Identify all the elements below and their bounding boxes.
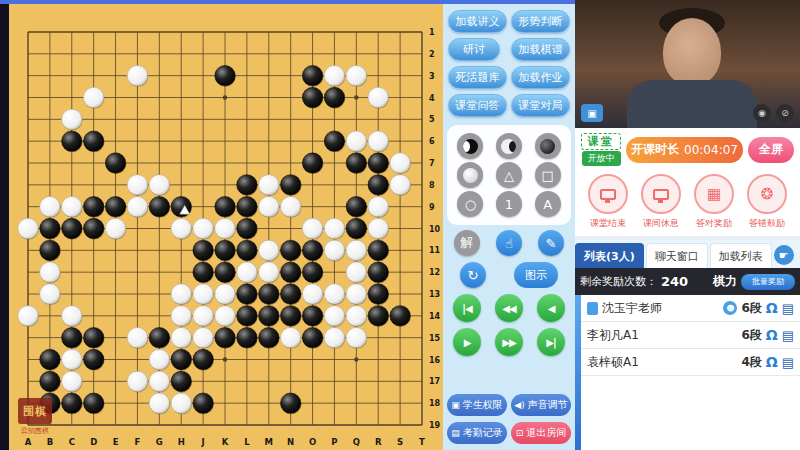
svg-text:G: G bbox=[156, 437, 163, 447]
svg-text:18: 18 bbox=[429, 399, 441, 408]
svg-text:D: D bbox=[90, 437, 97, 447]
svg-text:K: K bbox=[222, 437, 229, 447]
quick-action-1[interactable]: 课堂结束 bbox=[583, 174, 633, 230]
svg-text:L: L bbox=[244, 437, 250, 447]
right-panel: ▣ ◉ ⊘ 课堂 开放中 开课时长 00:04:07 全屏 课堂结束课间休息▦答… bbox=[575, 0, 800, 450]
tab-1[interactable]: 列表(3人) bbox=[575, 243, 644, 268]
svg-text:F: F bbox=[135, 437, 141, 447]
action-button-7[interactable]: 课堂问答 bbox=[448, 94, 507, 117]
svg-text:J: J bbox=[201, 437, 205, 447]
stone-tool-row-3: ○1A bbox=[451, 191, 567, 217]
util-tool-row: 解☝✎ bbox=[446, 230, 572, 256]
quick-action-label: 课间休息 bbox=[643, 217, 679, 230]
action-button-1[interactable]: 加载讲义 bbox=[448, 10, 507, 33]
action-button-8[interactable]: 课堂对局 bbox=[511, 94, 570, 117]
mic-off-icon[interactable]: ⊘ bbox=[776, 104, 794, 122]
quick-action-label: 课堂结束 bbox=[590, 217, 626, 230]
student-row-3[interactable]: 袁梓硕A14段Ω▤ bbox=[575, 349, 800, 376]
avatar-badge-icon: ☻ bbox=[723, 301, 737, 315]
panel-button-icon: ⊡ bbox=[516, 428, 524, 438]
svg-text:S: S bbox=[397, 437, 403, 447]
svg-text:E: E bbox=[113, 437, 119, 447]
tool-white-stone[interactable] bbox=[457, 162, 483, 188]
panel-button-icon: ▤ bbox=[451, 428, 460, 438]
svg-text:10: 10 bbox=[429, 225, 441, 234]
svg-text:H: H bbox=[178, 437, 185, 447]
refresh-icon: ↻ bbox=[468, 268, 479, 283]
svg-text:6: 6 bbox=[429, 137, 435, 146]
tool-triangle-marker[interactable]: △ bbox=[496, 162, 522, 188]
panel-button-2[interactable]: ◀)声音调节 bbox=[511, 394, 571, 416]
class-status-card: 课堂 开放中 开课时长 00:04:07 全屏 课堂结束课间休息▦答对奖励❂答错… bbox=[575, 128, 800, 240]
pointer-icon[interactable]: ☛ bbox=[774, 245, 794, 265]
tool-white-stone-alt[interactable] bbox=[496, 133, 522, 159]
svg-text:R: R bbox=[375, 437, 382, 447]
quick-action-4[interactable]: ❂答错鼓励 bbox=[742, 174, 792, 230]
svg-text:16: 16 bbox=[429, 356, 441, 365]
media-first-button[interactable]: |◀ bbox=[453, 294, 481, 322]
panel-button-icon: ▣ bbox=[451, 400, 460, 410]
svg-text:1: 1 bbox=[429, 28, 435, 37]
tool-answer[interactable]: 解 bbox=[454, 230, 480, 256]
svg-text:Q: Q bbox=[353, 437, 360, 447]
panel-button-3[interactable]: ▤考勤记录 bbox=[447, 422, 507, 444]
stone-tool-row-2: △□ bbox=[451, 162, 567, 188]
quick-action-label: 答对奖励 bbox=[696, 217, 732, 230]
media-last-button[interactable]: ▶| bbox=[537, 328, 565, 356]
reward-label: 剩余奖励次数： bbox=[580, 274, 657, 289]
timer-label: 开课时长 bbox=[631, 141, 679, 158]
media-row-forward: ▶▶▶▶| bbox=[446, 328, 572, 356]
svg-text:4: 4 bbox=[429, 94, 435, 103]
tab-2[interactable]: 聊天窗口 bbox=[646, 243, 708, 268]
monitor-icon bbox=[588, 174, 628, 214]
stone-tool-row-1 bbox=[451, 133, 567, 159]
tool-circle-marker[interactable]: ○ bbox=[457, 191, 483, 217]
class-badge-column: 课堂 开放中 bbox=[581, 133, 621, 166]
refresh-button[interactable]: ↻ bbox=[460, 262, 486, 288]
svg-text:2: 2 bbox=[429, 50, 435, 59]
tool-black-stone-alt[interactable] bbox=[457, 133, 483, 159]
strength-label: 棋力 bbox=[713, 273, 737, 290]
svg-text:14: 14 bbox=[429, 312, 441, 321]
class-timer: 开课时长 00:04:07 bbox=[626, 137, 743, 163]
student-name: 李初凡A1 bbox=[587, 327, 639, 344]
quick-action-3[interactable]: ▦答对奖励 bbox=[689, 174, 739, 230]
quick-action-2[interactable]: 课间休息 bbox=[636, 174, 686, 230]
go-board-area: ABCDEFGHJKLMNOPQRST123456789101112131415… bbox=[0, 0, 443, 450]
svg-text:9: 9 bbox=[429, 203, 435, 212]
panel-button-4[interactable]: ⊡退出房间 bbox=[511, 422, 571, 444]
tool-pointer-hand[interactable]: ☝ bbox=[496, 230, 522, 256]
svg-text:13: 13 bbox=[429, 290, 440, 299]
svg-text:C: C bbox=[69, 437, 75, 447]
svg-text:15: 15 bbox=[429, 334, 441, 343]
student-name: 沈玉宇老师 bbox=[602, 300, 662, 317]
video-controls: ◉ ⊘ bbox=[753, 104, 794, 122]
fullscreen-button[interactable]: 全屏 bbox=[748, 137, 794, 163]
document-icon bbox=[587, 302, 598, 315]
trophy-icon[interactable]: Ω bbox=[766, 354, 778, 370]
svg-text:11: 11 bbox=[429, 246, 441, 255]
student-name: 袁梓硕A1 bbox=[587, 354, 639, 371]
media-play-button[interactable]: ▶ bbox=[453, 328, 481, 356]
svg-text:B: B bbox=[47, 437, 53, 447]
teacher-video: ▣ ◉ ⊘ bbox=[575, 0, 800, 128]
student-rank: 6段 bbox=[741, 327, 761, 344]
panel-button-label: 声音调节 bbox=[528, 398, 568, 412]
tool-brush[interactable]: ✎ bbox=[538, 230, 564, 256]
panel-button-label: 学生权限 bbox=[463, 398, 503, 412]
svg-text:8: 8 bbox=[429, 181, 435, 190]
timer-value: 00:04:07 bbox=[684, 143, 738, 157]
show-diagram-button[interactable]: 图示 bbox=[514, 262, 558, 288]
svg-text:19: 19 bbox=[429, 421, 441, 430]
panel-button-label: 退出房间 bbox=[526, 426, 566, 440]
control-panel: 加载讲义形势判断研讨加载棋谱死活题库加载作业课堂问答课堂对局 △□ ○1A 解☝… bbox=[443, 0, 575, 450]
media-fast-forward-button[interactable]: ▶▶ bbox=[495, 328, 523, 356]
watermark-seal: 围棋 bbox=[18, 398, 52, 424]
snapshot-icon[interactable]: ◉ bbox=[753, 104, 771, 122]
book-icon[interactable]: ▤ bbox=[782, 328, 794, 343]
camera-icon[interactable]: ▣ bbox=[581, 104, 603, 122]
trophy-icon[interactable]: Ω bbox=[766, 300, 778, 316]
book-icon[interactable]: ▤ bbox=[782, 301, 794, 316]
batch-reward-button[interactable]: 批量奖励 bbox=[741, 274, 795, 290]
svg-text:3: 3 bbox=[429, 72, 435, 81]
watermark-logo: 围棋 弈招围棋 bbox=[12, 398, 58, 436]
student-rank: 6段 bbox=[741, 300, 761, 317]
student-list: 沈玉宇老师☻6段Ω▤李初凡A16段Ω▤袁梓硕A14段Ω▤ bbox=[575, 295, 800, 450]
teacher-shirt bbox=[627, 80, 757, 128]
action-button-4[interactable]: 加载棋谱 bbox=[511, 38, 570, 61]
action-button-2[interactable]: 形势判断 bbox=[511, 10, 570, 33]
action-button-6[interactable]: 加载作业 bbox=[511, 66, 570, 89]
svg-text:O: O bbox=[309, 437, 316, 447]
svg-text:N: N bbox=[287, 437, 294, 447]
tool-square-marker[interactable]: □ bbox=[535, 162, 561, 188]
media-fast-back-button[interactable]: ◀◀ bbox=[495, 294, 523, 322]
quick-action-label: 答错鼓励 bbox=[749, 217, 785, 230]
action-button-grid: 加载讲义形势判断研讨加载棋谱死活题库加载作业课堂问答课堂对局 bbox=[446, 8, 572, 119]
student-rows: 沈玉宇老师☻6段Ω▤李初凡A16段Ω▤袁梓硕A14段Ω▤ bbox=[575, 295, 800, 376]
quick-action-row: 课堂结束课间休息▦答对奖励❂答错鼓励 bbox=[581, 166, 794, 234]
reward-bar: 剩余奖励次数： 240 棋力 批量奖励 bbox=[575, 268, 800, 295]
book-icon[interactable]: ▤ bbox=[782, 355, 794, 370]
svg-text:12: 12 bbox=[429, 268, 440, 277]
trophy-icon[interactable]: Ω bbox=[766, 327, 778, 343]
action-button-5[interactable]: 死活题库 bbox=[448, 66, 507, 89]
tool-letter-marker[interactable]: A bbox=[535, 191, 561, 217]
tool-black-stone[interactable] bbox=[535, 133, 561, 159]
action-button-3[interactable]: 研讨 bbox=[448, 38, 500, 61]
media-back-button[interactable]: ◀ bbox=[537, 294, 565, 322]
gift-icon: ▦ bbox=[694, 174, 734, 214]
svg-text:A: A bbox=[25, 437, 32, 447]
class-open-status: 开放中 bbox=[582, 151, 621, 166]
tab-bar: 列表(3人)聊天窗口加载列表☛❝♪ bbox=[575, 240, 800, 268]
svg-text:P: P bbox=[331, 437, 337, 447]
bottom-button-grid: ▣学生权限◀)声音调节▤考勤记录⊡退出房间 bbox=[446, 394, 572, 446]
class-status-row: 课堂 开放中 开课时长 00:04:07 全屏 bbox=[581, 133, 794, 166]
svg-text:17: 17 bbox=[429, 377, 440, 386]
svg-text:5: 5 bbox=[429, 115, 435, 124]
tool-number-marker[interactable]: 1 bbox=[496, 191, 522, 217]
svg-text:7: 7 bbox=[429, 159, 435, 168]
svg-text:M: M bbox=[265, 437, 273, 447]
go-board[interactable]: ABCDEFGHJKLMNOPQRST123456789101112131415… bbox=[0, 4, 443, 450]
student-row-1[interactable]: 沈玉宇老师☻6段Ω▤ bbox=[575, 295, 800, 322]
tab-bar-icons: ☛❝♪ bbox=[774, 245, 800, 268]
svg-text:T: T bbox=[419, 437, 425, 447]
student-row-2[interactable]: 李初凡A16段Ω▤ bbox=[575, 322, 800, 349]
refresh-show-row: ↻ 图示 bbox=[446, 262, 572, 288]
go-classroom-app: ABCDEFGHJKLMNOPQRST123456789101112131415… bbox=[0, 0, 800, 450]
tab-3[interactable]: 加载列表 bbox=[710, 243, 772, 268]
class-badge: 课堂 bbox=[581, 133, 621, 150]
teacher-face bbox=[663, 18, 721, 86]
panel-button-icon: ◀) bbox=[514, 400, 524, 410]
media-row-back: |◀◀◀◀ bbox=[446, 294, 572, 322]
list-scrollbar[interactable] bbox=[575, 295, 581, 450]
reward-count: 240 bbox=[661, 274, 688, 289]
student-rank: 4段 bbox=[741, 354, 761, 371]
watermark-caption: 弈招围棋 bbox=[12, 426, 58, 436]
badge-icon: ❂ bbox=[747, 174, 787, 214]
panel-button-1[interactable]: ▣学生权限 bbox=[447, 394, 507, 416]
marker-tool-card: △□ ○1A bbox=[447, 125, 571, 225]
monitor-icon bbox=[641, 174, 681, 214]
panel-button-label: 考勤记录 bbox=[463, 426, 503, 440]
